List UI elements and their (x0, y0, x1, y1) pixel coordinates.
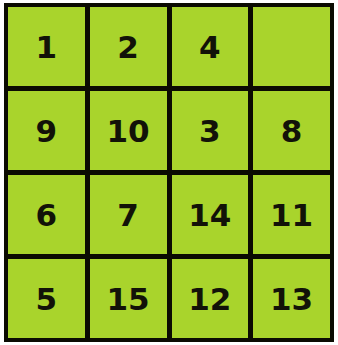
tile-r3c2[interactable]: 7 (90, 175, 167, 254)
tile-r1c1[interactable]: 1 (8, 7, 85, 86)
puzzle-page: 1 2 4 9 10 3 8 6 7 14 11 5 15 12 13 (0, 0, 338, 345)
tile-r2c4[interactable]: 8 (253, 91, 330, 170)
tile-r2c3[interactable]: 3 (172, 91, 249, 170)
tile-r3c4[interactable]: 11 (253, 175, 330, 254)
tile-r3c3[interactable]: 14 (172, 175, 249, 254)
empty-cell-r1c4 (253, 7, 330, 86)
tile-r3c1[interactable]: 6 (8, 175, 85, 254)
fifteen-puzzle-board: 1 2 4 9 10 3 8 6 7 14 11 5 15 12 13 (4, 3, 334, 342)
tile-r4c4[interactable]: 13 (253, 259, 330, 338)
tile-r4c3[interactable]: 12 (172, 259, 249, 338)
tile-r2c2[interactable]: 10 (90, 91, 167, 170)
tile-r1c2[interactable]: 2 (90, 7, 167, 86)
tile-r4c2[interactable]: 15 (90, 259, 167, 338)
tile-r1c3[interactable]: 4 (172, 7, 249, 86)
tile-r2c1[interactable]: 9 (8, 91, 85, 170)
tile-r4c1[interactable]: 5 (8, 259, 85, 338)
